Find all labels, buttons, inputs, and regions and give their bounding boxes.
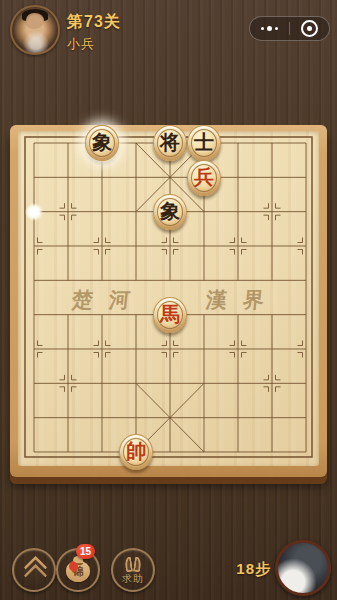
piece-red-soldier[interactable]: 兵 <box>187 160 221 196</box>
help-label: 求助 <box>113 572 153 586</box>
player-portrait-avatar[interactable] <box>10 5 60 55</box>
praying-hands-icon <box>124 556 142 572</box>
xiangqi-board: 楚河 漢界 象将士兵象馬帥 <box>10 125 327 477</box>
user-avatar[interactable] <box>275 540 331 596</box>
board-point: 将 <box>153 126 187 160</box>
board-point: 馬 <box>153 298 187 332</box>
level-title: 第73关 <box>67 12 121 33</box>
piece-red-horse[interactable]: 馬 <box>153 297 187 333</box>
target-circle-icon <box>301 20 318 37</box>
piece-black-elephant-2[interactable]: 象 <box>153 194 187 230</box>
piece-glyph: 象 <box>160 201 180 221</box>
piece-glyph: 馬 <box>160 304 180 324</box>
piece-glyph: 象 <box>92 132 112 152</box>
game-screen: 第73关 小兵 楚河 漢界 象将士兵象馬帥 锦 15 求助 18步 <box>0 0 337 600</box>
piece-black-advisor[interactable]: 士 <box>187 125 221 161</box>
piece-glyph: 将 <box>160 132 180 152</box>
board-point: 象 <box>153 195 187 229</box>
steps-counter: 18步 <box>236 560 271 579</box>
bag-count-badge: 15 <box>76 544 95 559</box>
river-label-right: 漢界 <box>205 286 282 314</box>
piece-red-general[interactable]: 帥 <box>119 434 153 470</box>
board-point: 象 <box>85 126 119 160</box>
board-point: 帥 <box>119 435 153 469</box>
more-dots-icon <box>261 26 278 31</box>
player-rank-label: 小兵 <box>67 35 95 53</box>
close-minimize-button[interactable] <box>290 17 329 40</box>
wechat-capsule <box>249 16 330 41</box>
ask-help-button[interactable]: 求助 <box>111 548 155 592</box>
more-button[interactable] <box>250 17 289 40</box>
menu-button[interactable] <box>12 548 56 592</box>
piece-black-elephant-1[interactable]: 象 <box>85 125 119 161</box>
board-point: 兵 <box>187 160 221 194</box>
piece-glyph: 帥 <box>126 441 146 461</box>
piece-glyph: 士 <box>194 132 214 152</box>
piece-black-general[interactable]: 将 <box>153 125 187 161</box>
brocade-bag-icon: 锦 <box>66 561 90 582</box>
board-point: 士 <box>187 126 221 160</box>
move-sparkle-effect <box>25 203 43 221</box>
river-label-left: 楚河 <box>71 286 148 314</box>
piece-glyph: 兵 <box>194 167 214 187</box>
